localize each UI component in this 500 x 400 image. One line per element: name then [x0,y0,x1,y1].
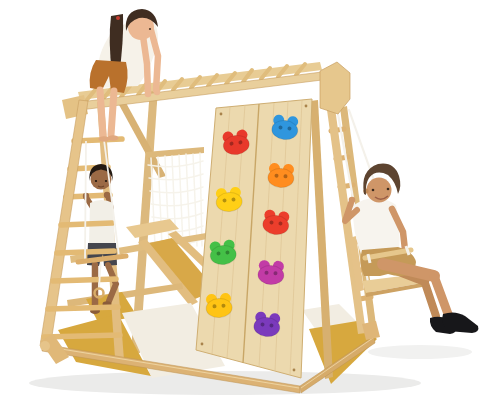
boy-ladder-hand-right [104,192,110,198]
girl-hand-right [154,89,160,95]
swing-boy-hand-left [349,197,356,204]
playset-illustration [0,0,500,400]
boy-on-ladder [86,164,117,314]
girl-hand-left [145,91,151,97]
girl-shorts [90,60,128,93]
gusset-board [320,62,350,114]
ground-shadow-right [368,345,472,359]
product-photo [0,0,500,400]
girl-hair-tie [116,16,120,20]
ladder-foot-cap [40,341,50,351]
boy-on-swing [345,164,478,335]
swing-boy-near-shoe [442,312,478,333]
